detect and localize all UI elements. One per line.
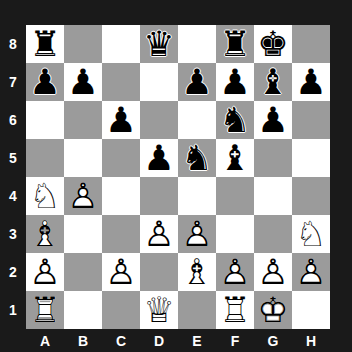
square-h4[interactable]	[292, 177, 330, 215]
square-h2[interactable]: ♟♙	[292, 253, 330, 291]
square-g2[interactable]: ♟♙	[254, 253, 292, 291]
square-c2[interactable]: ♟♙	[102, 253, 140, 291]
piece-black-queen[interactable]: ♛	[140, 25, 178, 63]
piece-white-knight[interactable]: ♞♘	[292, 215, 330, 253]
file-label-c: C	[102, 329, 140, 352]
square-a2[interactable]: ♟♙	[26, 253, 64, 291]
square-g6[interactable]: ♟	[254, 101, 292, 139]
chess-diagram: 87654321 ♜♛♜♚♟♟♟♟♝♟♟♞♟♟♞♝♞♘♟♙♝♗♟♙♟♙♞♘♟♙♟…	[0, 0, 352, 352]
rank-label-7: 7	[0, 63, 26, 101]
rank-label-5: 5	[0, 139, 26, 177]
square-a6[interactable]	[26, 101, 64, 139]
piece-black-bishop[interactable]: ♝	[216, 139, 254, 177]
piece-black-pawn[interactable]: ♟	[178, 63, 216, 101]
file-label-b: B	[64, 329, 102, 352]
piece-white-rook[interactable]: ♜♖	[216, 291, 254, 329]
square-b1[interactable]	[64, 291, 102, 329]
rank-label-3: 3	[0, 215, 26, 253]
square-c6[interactable]: ♟	[102, 101, 140, 139]
white-pawn-outline-glyph: ♙	[102, 253, 140, 291]
piece-white-bishop[interactable]: ♝♗	[26, 215, 64, 253]
square-c4[interactable]	[102, 177, 140, 215]
file-label-d: D	[140, 329, 178, 352]
piece-black-king[interactable]: ♚	[254, 25, 292, 63]
square-e5[interactable]: ♞	[178, 139, 216, 177]
piece-white-pawn[interactable]: ♟♙	[292, 253, 330, 291]
piece-white-pawn[interactable]: ♟♙	[216, 253, 254, 291]
square-d3[interactable]: ♟♙	[140, 215, 178, 253]
square-h1[interactable]	[292, 291, 330, 329]
piece-white-pawn[interactable]: ♟♙	[64, 177, 102, 215]
square-c8[interactable]	[102, 25, 140, 63]
white-bishop-outline-glyph: ♗	[26, 215, 64, 253]
square-d6[interactable]	[140, 101, 178, 139]
square-e1[interactable]	[178, 291, 216, 329]
square-h6[interactable]	[292, 101, 330, 139]
white-knight-outline-glyph: ♘	[26, 177, 64, 215]
square-g1[interactable]: ♚♔	[254, 291, 292, 329]
rank-label-8: 8	[0, 25, 26, 63]
piece-black-pawn[interactable]: ♟	[292, 63, 330, 101]
file-label-f: F	[216, 329, 254, 352]
black-queen-glyph: ♛	[140, 25, 178, 63]
square-h7[interactable]: ♟	[292, 63, 330, 101]
square-a7[interactable]: ♟	[26, 63, 64, 101]
piece-black-pawn[interactable]: ♟	[254, 101, 292, 139]
black-bishop-glyph: ♝	[254, 63, 292, 101]
piece-black-rook[interactable]: ♜	[26, 25, 64, 63]
square-c5[interactable]	[102, 139, 140, 177]
square-a5[interactable]	[26, 139, 64, 177]
piece-black-bishop[interactable]: ♝	[254, 63, 292, 101]
square-d5[interactable]: ♟	[140, 139, 178, 177]
square-f7[interactable]: ♟	[216, 63, 254, 101]
rank-label-4: 4	[0, 177, 26, 215]
piece-white-pawn[interactable]: ♟♙	[140, 215, 178, 253]
black-pawn-glyph: ♟	[64, 63, 102, 101]
square-e7[interactable]: ♟	[178, 63, 216, 101]
square-d4[interactable]	[140, 177, 178, 215]
file-label-g: G	[254, 329, 292, 352]
square-e3[interactable]: ♟♙	[178, 215, 216, 253]
square-d2[interactable]	[140, 253, 178, 291]
square-b4[interactable]: ♟♙	[64, 177, 102, 215]
square-f8[interactable]: ♜	[216, 25, 254, 63]
square-c1[interactable]	[102, 291, 140, 329]
white-pawn-outline-glyph: ♙	[178, 215, 216, 253]
black-pawn-glyph: ♟	[254, 101, 292, 139]
black-pawn-glyph: ♟	[102, 101, 140, 139]
piece-white-pawn[interactable]: ♟♙	[254, 253, 292, 291]
square-h3[interactable]: ♞♘	[292, 215, 330, 253]
black-rook-glyph: ♜	[26, 25, 64, 63]
piece-white-queen[interactable]: ♛♕	[140, 291, 178, 329]
square-b8[interactable]	[64, 25, 102, 63]
square-g8[interactable]: ♚	[254, 25, 292, 63]
piece-white-knight[interactable]: ♞♘	[26, 177, 64, 215]
black-pawn-glyph: ♟	[26, 63, 64, 101]
square-b3[interactable]	[64, 215, 102, 253]
white-pawn-outline-glyph: ♙	[64, 177, 102, 215]
white-rook-outline-glyph: ♖	[216, 291, 254, 329]
white-pawn-outline-glyph: ♙	[292, 253, 330, 291]
piece-black-pawn[interactable]: ♟	[140, 139, 178, 177]
black-knight-glyph: ♞	[178, 139, 216, 177]
file-label-a: A	[26, 329, 64, 352]
white-pawn-outline-glyph: ♙	[26, 253, 64, 291]
square-b7[interactable]: ♟	[64, 63, 102, 101]
piece-white-bishop[interactable]: ♝♗	[178, 253, 216, 291]
black-bishop-glyph: ♝	[216, 139, 254, 177]
white-pawn-outline-glyph: ♙	[254, 253, 292, 291]
square-h8[interactable]	[292, 25, 330, 63]
rank-label-6: 6	[0, 101, 26, 139]
black-pawn-glyph: ♟	[178, 63, 216, 101]
square-d8[interactable]: ♛	[140, 25, 178, 63]
black-king-glyph: ♚	[254, 25, 292, 63]
piece-black-pawn[interactable]: ♟	[102, 101, 140, 139]
chess-board: ♜♛♜♚♟♟♟♟♝♟♟♞♟♟♞♝♞♘♟♙♝♗♟♙♟♙♞♘♟♙♟♙♝♗♟♙♟♙♟♙…	[26, 25, 330, 329]
black-pawn-glyph: ♟	[216, 63, 254, 101]
white-knight-outline-glyph: ♘	[292, 215, 330, 253]
rank-label-2: 2	[0, 253, 26, 291]
square-h5[interactable]	[292, 139, 330, 177]
square-f2[interactable]: ♟♙	[216, 253, 254, 291]
black-pawn-glyph: ♟	[140, 139, 178, 177]
white-king-outline-glyph: ♔	[254, 291, 292, 329]
square-d7[interactable]	[140, 63, 178, 101]
piece-white-rook[interactable]: ♜♖	[26, 291, 64, 329]
piece-black-knight[interactable]: ♞	[216, 101, 254, 139]
piece-black-rook[interactable]: ♜	[216, 25, 254, 63]
file-label-h: H	[292, 329, 330, 352]
square-g7[interactable]: ♝	[254, 63, 292, 101]
square-c3[interactable]	[102, 215, 140, 253]
piece-white-pawn[interactable]: ♟♙	[178, 215, 216, 253]
white-pawn-outline-glyph: ♙	[140, 215, 178, 253]
white-bishop-outline-glyph: ♗	[178, 253, 216, 291]
square-a3[interactable]: ♝♗	[26, 215, 64, 253]
square-e4[interactable]	[178, 177, 216, 215]
square-g3[interactable]	[254, 215, 292, 253]
square-b2[interactable]	[64, 253, 102, 291]
piece-black-pawn[interactable]: ♟	[64, 63, 102, 101]
square-e6[interactable]	[178, 101, 216, 139]
square-f3[interactable]	[216, 215, 254, 253]
rank-labels: 87654321	[0, 25, 26, 329]
square-f6[interactable]: ♞	[216, 101, 254, 139]
black-knight-glyph: ♞	[216, 101, 254, 139]
piece-white-pawn[interactable]: ♟♙	[26, 253, 64, 291]
square-g4[interactable]	[254, 177, 292, 215]
white-rook-outline-glyph: ♖	[26, 291, 64, 329]
piece-white-king[interactable]: ♚♔	[254, 291, 292, 329]
square-f1[interactable]: ♜♖	[216, 291, 254, 329]
black-pawn-glyph: ♟	[292, 63, 330, 101]
square-b5[interactable]	[64, 139, 102, 177]
black-rook-glyph: ♜	[216, 25, 254, 63]
square-a4[interactable]: ♞♘	[26, 177, 64, 215]
square-a1[interactable]: ♜♖	[26, 291, 64, 329]
rank-label-1: 1	[0, 291, 26, 329]
white-queen-outline-glyph: ♕	[140, 291, 178, 329]
square-e2[interactable]: ♝♗	[178, 253, 216, 291]
square-a8[interactable]: ♜	[26, 25, 64, 63]
file-labels: ABCDEFGH	[26, 329, 330, 352]
square-g5[interactable]	[254, 139, 292, 177]
white-pawn-outline-glyph: ♙	[216, 253, 254, 291]
square-c7[interactable]	[102, 63, 140, 101]
piece-black-pawn[interactable]: ♟	[216, 63, 254, 101]
square-f4[interactable]	[216, 177, 254, 215]
square-e8[interactable]	[178, 25, 216, 63]
square-d1[interactable]: ♛♕	[140, 291, 178, 329]
square-f5[interactable]: ♝	[216, 139, 254, 177]
piece-black-pawn[interactable]: ♟	[26, 63, 64, 101]
file-label-e: E	[178, 329, 216, 352]
square-b6[interactable]	[64, 101, 102, 139]
piece-black-knight[interactable]: ♞	[178, 139, 216, 177]
piece-white-pawn[interactable]: ♟♙	[102, 253, 140, 291]
